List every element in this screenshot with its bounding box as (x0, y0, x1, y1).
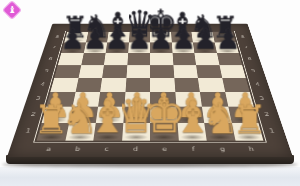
square-g6[interactable] (194, 53, 219, 65)
square-g5[interactable] (196, 65, 222, 78)
square-d8[interactable] (129, 32, 150, 42)
chess-board: abcdefgh 87654321 87654321 ♜♞♝♛♚♝♞♜♟♟♟♟♟… (7, 24, 293, 157)
square-a7[interactable] (61, 42, 86, 53)
square-d2[interactable] (123, 107, 150, 123)
file-label-c: c (92, 147, 122, 152)
square-g8[interactable] (191, 32, 214, 42)
square-h2[interactable] (228, 107, 259, 123)
square-f8[interactable] (171, 32, 193, 42)
square-h1[interactable] (231, 123, 263, 141)
square-b4[interactable] (75, 78, 102, 92)
file-coordinates: abcdefgh (33, 147, 266, 152)
rank-label-right-6: 6 (244, 53, 255, 65)
square-e3[interactable] (150, 92, 176, 107)
square-f2[interactable] (176, 107, 204, 123)
square-c4[interactable] (100, 78, 126, 92)
square-c6[interactable] (104, 53, 128, 65)
board-squares (37, 32, 264, 141)
square-e5[interactable] (150, 65, 174, 78)
square-g3[interactable] (200, 92, 228, 107)
square-f5[interactable] (173, 65, 198, 78)
square-b1[interactable] (65, 123, 96, 141)
square-a2[interactable] (42, 107, 73, 123)
square-a4[interactable] (50, 78, 78, 92)
square-g7[interactable] (193, 42, 217, 53)
square-c1[interactable] (93, 123, 123, 141)
square-c8[interactable] (107, 32, 129, 42)
square-g4[interactable] (198, 78, 225, 92)
square-h4[interactable] (222, 78, 250, 92)
square-b8[interactable] (86, 32, 109, 42)
square-d4[interactable] (125, 78, 150, 92)
rank-label-left-7: 7 (48, 42, 59, 53)
file-label-a: a (33, 147, 63, 152)
rank-label-left-6: 6 (45, 53, 56, 65)
square-c2[interactable] (96, 107, 124, 123)
square-d7[interactable] (128, 42, 150, 53)
table-surface (0, 167, 300, 186)
square-c3[interactable] (98, 92, 125, 107)
square-b6[interactable] (81, 53, 106, 65)
square-d1[interactable] (122, 123, 150, 141)
square-b2[interactable] (69, 107, 98, 123)
file-label-b: b (62, 147, 92, 152)
square-f7[interactable] (171, 42, 194, 53)
square-e7[interactable] (150, 42, 172, 53)
square-a5[interactable] (54, 65, 81, 78)
logo-chess-piece-icon: ♝ (8, 5, 17, 15)
square-e1[interactable] (150, 123, 178, 141)
file-label-d: d (121, 147, 150, 152)
square-c5[interactable] (102, 65, 127, 78)
square-h5[interactable] (219, 65, 246, 78)
square-a3[interactable] (46, 92, 75, 107)
square-d5[interactable] (126, 65, 150, 78)
square-a1[interactable] (37, 123, 69, 141)
square-h3[interactable] (225, 92, 254, 107)
file-label-g: g (208, 147, 238, 152)
file-label-f: f (179, 147, 209, 152)
square-b5[interactable] (78, 65, 104, 78)
rank-label-right-7: 7 (241, 42, 252, 53)
square-d6[interactable] (127, 53, 150, 65)
square-h6[interactable] (217, 53, 243, 65)
square-b3[interactable] (72, 92, 100, 107)
file-label-e: e (150, 147, 179, 152)
square-b7[interactable] (83, 42, 107, 53)
square-c7[interactable] (106, 42, 129, 53)
square-a8[interactable] (64, 32, 88, 42)
square-e4[interactable] (150, 78, 175, 92)
file-label-h: h (236, 147, 266, 152)
square-h8[interactable] (212, 32, 236, 42)
square-g1[interactable] (204, 123, 235, 141)
board-photo: abcdefgh 87654321 87654321 ♜♞♝♛♚♝♞♜♟♟♟♟♟… (0, 0, 300, 186)
square-a6[interactable] (58, 53, 84, 65)
square-g2[interactable] (202, 107, 231, 123)
square-f4[interactable] (174, 78, 200, 92)
square-d3[interactable] (124, 92, 150, 107)
square-e6[interactable] (150, 53, 173, 65)
square-f3[interactable] (175, 92, 202, 107)
square-f1[interactable] (177, 123, 207, 141)
square-e2[interactable] (150, 107, 177, 123)
square-f6[interactable] (172, 53, 196, 65)
chess-shop-logo: ♝ (2, 0, 22, 20)
square-h7[interactable] (214, 42, 239, 53)
square-e8[interactable] (150, 32, 171, 42)
